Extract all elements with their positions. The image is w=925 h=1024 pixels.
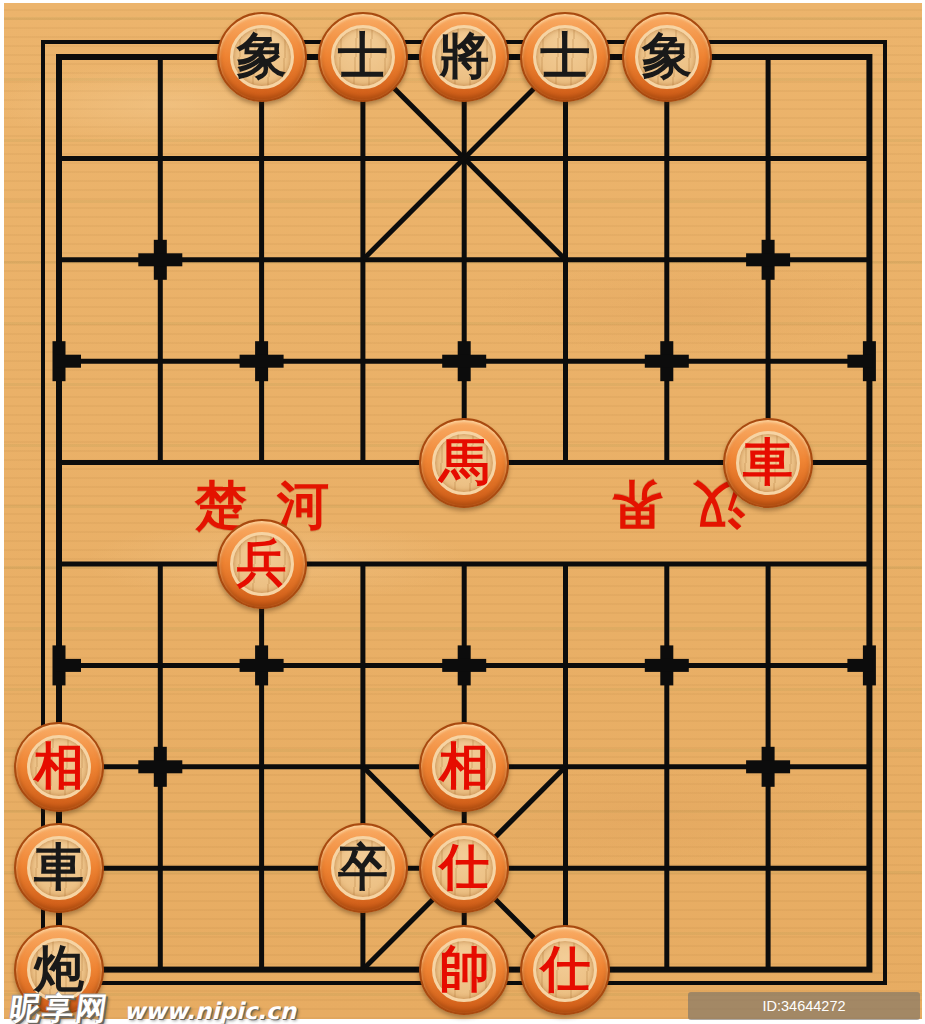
piece-disc: 相 xyxy=(14,722,104,812)
piece-glyph: 車 xyxy=(743,437,793,487)
nipic-logo: 昵享网 xyxy=(7,988,112,1024)
piece-glyph: 相 xyxy=(439,741,489,791)
piece-glyph: 象 xyxy=(642,31,692,81)
piece-disc: 仕 xyxy=(419,823,509,913)
piece-disc: 士 xyxy=(318,12,408,102)
piece-glyph: 馬 xyxy=(439,437,489,487)
piece-disc: 仕 xyxy=(520,925,610,1015)
piece-face: 車 xyxy=(736,431,800,495)
piece-red-horse[interactable]: 馬 xyxy=(414,412,515,513)
piece-glyph: 帥 xyxy=(439,944,489,994)
piece-red-general[interactable]: 帥 xyxy=(414,919,515,1020)
piece-black-soldier[interactable]: 卒 xyxy=(312,817,413,918)
piece-face: 帥 xyxy=(432,938,496,1002)
piece-disc: 車 xyxy=(723,418,813,508)
image-id-badge: ID:34644272 NO:20230430164721759105 xyxy=(688,992,920,1020)
piece-face: 相 xyxy=(432,735,496,799)
piece-black-advisor[interactable]: 士 xyxy=(312,6,413,107)
piece-face: 象 xyxy=(230,25,294,89)
piece-face: 仕 xyxy=(432,836,496,900)
piece-glyph: 將 xyxy=(439,31,489,81)
piece-face: 兵 xyxy=(230,532,294,596)
piece-glyph: 象 xyxy=(237,31,287,81)
piece-red-chariot[interactable]: 車 xyxy=(717,412,818,513)
piece-face: 車 xyxy=(27,836,91,900)
piece-glyph: 士 xyxy=(338,31,388,81)
piece-black-elephant[interactable]: 象 xyxy=(211,6,312,107)
piece-glyph: 仕 xyxy=(540,944,590,994)
piece-black-general[interactable]: 將 xyxy=(414,6,515,107)
piece-glyph: 兵 xyxy=(237,538,287,588)
piece-face: 象 xyxy=(635,25,699,89)
piece-glyph: 士 xyxy=(540,31,590,81)
piece-glyph: 卒 xyxy=(338,842,388,892)
piece-face: 仕 xyxy=(533,938,597,1002)
piece-black-chariot[interactable]: 車 xyxy=(8,817,109,918)
piece-disc: 馬 xyxy=(419,418,509,508)
piece-disc: 卒 xyxy=(318,823,408,913)
piece-glyph: 炮 xyxy=(34,944,84,994)
piece-red-elephant[interactable]: 相 xyxy=(8,716,109,817)
piece-face: 馬 xyxy=(432,431,496,495)
piece-disc: 相 xyxy=(419,722,509,812)
piece-disc: 帥 xyxy=(419,925,509,1015)
piece-disc: 象 xyxy=(622,12,712,102)
piece-black-advisor[interactable]: 士 xyxy=(515,6,616,107)
piece-red-soldier[interactable]: 兵 xyxy=(211,513,312,614)
piece-face: 相 xyxy=(27,735,91,799)
piece-disc: 將 xyxy=(419,12,509,102)
piece-red-advisor[interactable]: 仕 xyxy=(515,919,616,1020)
piece-red-advisor[interactable]: 仕 xyxy=(414,817,515,918)
stock-image-canvas: 楚河 汉界 象士將士象馬車兵相相車卒仕炮帥仕 昵享网 www.nipic.cn … xyxy=(0,0,925,1024)
piece-face: 卒 xyxy=(331,836,395,900)
piece-glyph: 車 xyxy=(34,842,84,892)
piece-glyph: 相 xyxy=(34,741,84,791)
piece-disc: 士 xyxy=(520,12,610,102)
piece-grid: 象士將士象馬車兵相相車卒仕炮帥仕 xyxy=(8,6,920,1020)
piece-black-elephant[interactable]: 象 xyxy=(616,6,717,107)
piece-glyph: 仕 xyxy=(439,842,489,892)
piece-face: 士 xyxy=(533,25,597,89)
piece-face: 將 xyxy=(432,25,496,89)
piece-red-elephant[interactable]: 相 xyxy=(414,716,515,817)
piece-disc: 兵 xyxy=(217,519,307,609)
piece-face: 士 xyxy=(331,25,395,89)
watermark: 昵享网 www.nipic.cn xyxy=(10,988,296,1024)
nipic-url-link[interactable]: www.nipic.cn xyxy=(124,998,296,1024)
piece-disc: 象 xyxy=(217,12,307,102)
piece-disc: 車 xyxy=(14,823,104,913)
